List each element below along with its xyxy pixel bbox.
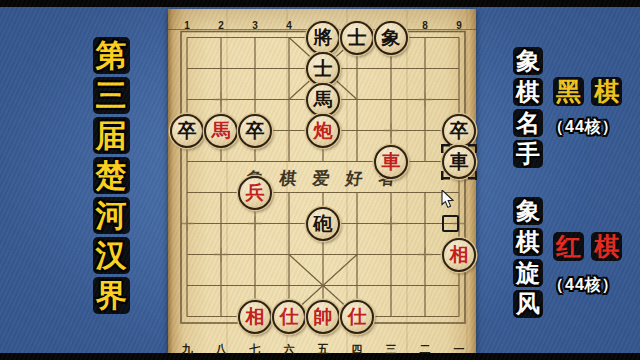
letterbox-top xyxy=(0,0,640,7)
red-player-cores: （44核） xyxy=(548,275,619,296)
vertical-char: 三 xyxy=(93,77,130,114)
file-label-bottom: 七 xyxy=(245,342,265,357)
tag-char: 黑 xyxy=(553,77,584,106)
event-title-banner: 第三届楚河汉界 xyxy=(91,37,131,317)
vertical-char: 楚 xyxy=(93,157,130,194)
vertical-char: 象 xyxy=(513,197,543,225)
vertical-char: 风 xyxy=(513,290,543,318)
tag-char: 棋 xyxy=(591,77,622,106)
red-piece-車[interactable]: 車 xyxy=(374,145,408,179)
vertical-char: 棋 xyxy=(513,78,543,106)
red-player-name: 象棋旋风 xyxy=(513,197,543,321)
vertical-char: 手 xyxy=(513,140,543,168)
black-piece-象[interactable]: 象 xyxy=(374,21,408,55)
black-piece-卒[interactable]: 卒 xyxy=(238,114,272,148)
black-piece-卒[interactable]: 卒 xyxy=(170,114,204,148)
red-piece-馬[interactable]: 馬 xyxy=(204,114,238,148)
file-label-bottom: 五 xyxy=(313,342,333,357)
vertical-char: 汉 xyxy=(93,237,130,274)
piece-layer: 將士象士馬卒馬卒炮卒車車兵砲相相仕帥仕 xyxy=(170,22,476,332)
file-label-bottom: 八 xyxy=(211,342,231,357)
black-piece-砲[interactable]: 砲 xyxy=(306,207,340,241)
tag-char: 红 xyxy=(553,232,584,261)
red-side-tag: 红棋 xyxy=(553,232,622,261)
black-piece-士[interactable]: 士 xyxy=(340,21,374,55)
file-label-bottom: 六 xyxy=(279,342,299,357)
red-piece-仕[interactable]: 仕 xyxy=(340,300,374,334)
background: 第三届楚河汉界 123456789 九八七六五四三二一 象棋爱好者 將士象士馬卒… xyxy=(0,0,640,360)
red-piece-相[interactable]: 相 xyxy=(442,238,476,272)
vertical-char: 第 xyxy=(93,37,130,74)
black-piece-馬[interactable]: 馬 xyxy=(306,83,340,117)
red-piece-帥[interactable]: 帥 xyxy=(306,300,340,334)
file-label-bottom: 一 xyxy=(449,342,469,357)
black-piece-卒[interactable]: 卒 xyxy=(442,114,476,148)
red-piece-相[interactable]: 相 xyxy=(238,300,272,334)
red-piece-兵[interactable]: 兵 xyxy=(238,176,272,210)
vertical-char: 界 xyxy=(93,277,130,314)
vertical-char: 届 xyxy=(93,117,130,154)
black-side-tag: 黑棋 xyxy=(553,77,622,106)
vertical-char: 名 xyxy=(513,109,543,137)
vertical-char: 象 xyxy=(513,47,543,75)
xiangqi-board[interactable]: 123456789 九八七六五四三二一 象棋爱好者 將士象士馬卒馬卒炮卒車車兵砲… xyxy=(168,9,476,353)
last-move-destination-marker xyxy=(441,144,477,180)
black-player-cores: （44核） xyxy=(548,117,619,138)
file-label-bottom: 二 xyxy=(415,342,435,357)
vertical-char: 棋 xyxy=(513,228,543,256)
black-piece-士[interactable]: 士 xyxy=(306,52,340,86)
vertical-char: 旋 xyxy=(513,259,543,287)
file-label-bottom: 三 xyxy=(381,342,401,357)
last-move-origin-marker xyxy=(442,215,459,232)
vertical-char: 河 xyxy=(93,197,130,234)
red-piece-仕[interactable]: 仕 xyxy=(272,300,306,334)
tag-char: 棋 xyxy=(591,232,622,261)
file-label-bottom: 四 xyxy=(347,342,367,357)
black-player-name: 象棋名手 xyxy=(513,47,543,171)
red-piece-炮[interactable]: 炮 xyxy=(306,114,340,148)
file-label-bottom: 九 xyxy=(177,342,197,357)
black-piece-將[interactable]: 將 xyxy=(306,21,340,55)
